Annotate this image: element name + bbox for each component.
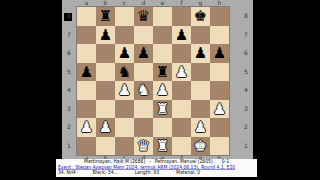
side-to-move-indicator: [64, 13, 72, 21]
file-label-top: g: [191, 0, 210, 6]
square-f6[interactable]: [172, 44, 191, 63]
board-panel: ♜♛♚♟♟♟♟♟♟♟♞♜♟♟♞♟♜♟♟♟♟♛♜♚ aabbccddeeffggh…: [62, 0, 253, 159]
rank-label-left: 7: [62, 32, 76, 38]
square-f5[interactable]: ♟: [172, 63, 191, 82]
white-pawn[interactable]: ♟: [172, 63, 191, 82]
square-f1[interactable]: [172, 137, 191, 156]
square-a2[interactable]: ♟: [77, 118, 96, 137]
rank-label-right: 6: [239, 50, 253, 56]
square-b7[interactable]: ♟: [96, 26, 115, 45]
white-pawn[interactable]: ♟: [210, 100, 229, 119]
black-pawn[interactable]: ♟: [77, 63, 96, 82]
material-balance: Material: 0: [176, 170, 200, 176]
rank-label-right: 8: [239, 13, 253, 19]
white-pawn[interactable]: ♟: [115, 81, 134, 100]
square-f2[interactable]: [172, 118, 191, 137]
square-d2[interactable]: [134, 118, 153, 137]
square-h4[interactable]: [210, 81, 229, 100]
square-d7[interactable]: [134, 26, 153, 45]
rank-label-right: 5: [239, 69, 253, 75]
square-e1[interactable]: ♜: [153, 137, 172, 156]
square-e8[interactable]: [153, 7, 172, 26]
black-pawn[interactable]: ♟: [172, 26, 191, 45]
rank-label-right: 7: [239, 32, 253, 38]
square-c4[interactable]: ♟: [115, 81, 134, 100]
square-f7[interactable]: ♟: [172, 26, 191, 45]
file-label-top: h: [210, 0, 229, 6]
square-h5[interactable]: [210, 63, 229, 82]
square-c1[interactable]: [115, 137, 134, 156]
square-f8[interactable]: [172, 7, 191, 26]
black-pawn[interactable]: ♟: [96, 26, 115, 45]
square-c3[interactable]: [115, 100, 134, 119]
square-a8[interactable]: [77, 7, 96, 26]
square-h3[interactable]: ♟: [210, 100, 229, 119]
file-label-top: c: [115, 0, 134, 6]
black-pawn[interactable]: ♟: [191, 44, 210, 63]
square-a4[interactable]: [77, 81, 96, 100]
square-h1[interactable]: [210, 137, 229, 156]
next-move: Black: 34...: [93, 170, 118, 176]
square-b6[interactable]: [96, 44, 115, 63]
white-pawn[interactable]: ♟: [96, 118, 115, 137]
game-info-bar: Martirosyan, Haik M (2686) - Petrosyan, …: [56, 159, 257, 177]
rank-label-right: 3: [239, 106, 253, 112]
square-b5[interactable]: [96, 63, 115, 82]
file-label-top: d: [134, 0, 153, 6]
white-rook[interactable]: ♜: [153, 100, 172, 119]
black-rook[interactable]: ♜: [153, 63, 172, 82]
square-b4[interactable]: [96, 81, 115, 100]
square-c5[interactable]: ♞: [115, 63, 134, 82]
square-g6[interactable]: ♟: [191, 44, 210, 63]
file-label-top: f: [172, 0, 191, 6]
square-c6[interactable]: ♟: [115, 44, 134, 63]
square-d4[interactable]: ♞: [134, 81, 153, 100]
square-a6[interactable]: [77, 44, 96, 63]
square-g7[interactable]: [191, 26, 210, 45]
square-e2[interactable]: [153, 118, 172, 137]
square-c8[interactable]: [115, 7, 134, 26]
rank-label-left: 5: [62, 69, 76, 75]
square-a5[interactable]: ♟: [77, 63, 96, 82]
last-move: 34. Nd4: [58, 170, 76, 176]
rank-label-right: 2: [239, 124, 253, 130]
black-knight[interactable]: ♞: [115, 63, 134, 82]
rank-label-left: 4: [62, 87, 76, 93]
square-e6[interactable]: [153, 44, 172, 63]
square-h8[interactable]: [210, 7, 229, 26]
square-e5[interactable]: ♜: [153, 63, 172, 82]
white-queen[interactable]: ♛: [134, 137, 153, 156]
black-pawn[interactable]: ♟: [210, 44, 229, 63]
square-d1[interactable]: ♛: [134, 137, 153, 156]
black-queen[interactable]: ♛: [134, 7, 153, 26]
square-e3[interactable]: ♜: [153, 100, 172, 119]
black-pawn[interactable]: ♟: [115, 44, 134, 63]
file-label-top: a: [77, 0, 96, 6]
square-a1[interactable]: [77, 137, 96, 156]
square-d6[interactable]: ♟: [134, 44, 153, 63]
file-label-top: b: [96, 0, 115, 6]
square-b1[interactable]: [96, 137, 115, 156]
move-status-line: 34. Nd4 Black: 34... Length: 93 Material…: [56, 170, 257, 176]
square-f3[interactable]: [172, 100, 191, 119]
black-king[interactable]: ♚: [191, 7, 210, 26]
black-rook[interactable]: ♜: [96, 7, 115, 26]
square-h6[interactable]: ♟: [210, 44, 229, 63]
square-a7[interactable]: [77, 26, 96, 45]
square-c7[interactable]: [115, 26, 134, 45]
square-g5[interactable]: [191, 63, 210, 82]
white-knight[interactable]: ♞: [134, 81, 153, 100]
square-e4[interactable]: ♟: [153, 81, 172, 100]
square-g4[interactable]: [191, 81, 210, 100]
black-pawn[interactable]: ♟: [134, 44, 153, 63]
square-f4[interactable]: [172, 81, 191, 100]
rank-label-left: 2: [62, 124, 76, 130]
chess-board: ♜♛♚♟♟♟♟♟♟♟♞♜♟♟♞♟♜♟♟♟♟♛♜♚: [77, 7, 229, 155]
white-pawn[interactable]: ♟: [77, 118, 96, 137]
square-g3[interactable]: [191, 100, 210, 119]
square-h2[interactable]: [210, 118, 229, 137]
rank-label-left: 6: [62, 50, 76, 56]
game-length: Length: 93: [135, 170, 159, 176]
rank-label-right: 1: [239, 143, 253, 149]
white-rook[interactable]: ♜: [153, 137, 172, 156]
square-e7[interactable]: [153, 26, 172, 45]
white-pawn[interactable]: ♟: [191, 118, 210, 137]
square-g2[interactable]: ♟: [191, 118, 210, 137]
rank-label-right: 4: [239, 87, 253, 93]
square-d5[interactable]: [134, 63, 153, 82]
square-c2[interactable]: [115, 118, 134, 137]
rank-label-left: 1: [62, 143, 76, 149]
square-b8[interactable]: ♜: [96, 7, 115, 26]
square-g8[interactable]: ♚: [191, 7, 210, 26]
square-d8[interactable]: ♛: [134, 7, 153, 26]
file-label-top: e: [153, 0, 172, 6]
square-b3[interactable]: [96, 100, 115, 119]
square-b2[interactable]: ♟: [96, 118, 115, 137]
video-frame: ♜♛♚♟♟♟♟♟♟♟♞♜♟♟♞♟♜♟♟♟♟♛♜♚ aabbccddeeffggh…: [0, 0, 320, 180]
rank-label-left: 3: [62, 106, 76, 112]
square-a3[interactable]: [77, 100, 96, 119]
white-pawn[interactable]: ♟: [153, 81, 172, 100]
white-king[interactable]: ♚: [191, 137, 210, 156]
square-g1[interactable]: ♚: [191, 137, 210, 156]
square-d3[interactable]: [134, 100, 153, 119]
square-h7[interactable]: [210, 26, 229, 45]
